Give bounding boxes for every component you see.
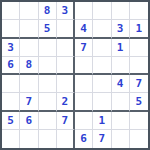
cell-r4c2[interactable]: 8 [20, 57, 38, 75]
cell-r5c7[interactable]: 4 [112, 75, 130, 93]
cell-r6c1[interactable] [2, 93, 20, 111]
cell-r3c6[interactable] [93, 39, 111, 57]
cell-r1c4[interactable]: 3 [57, 2, 75, 20]
cell-r8c6[interactable]: 7 [93, 130, 111, 148]
cell-r2c6[interactable] [93, 20, 111, 38]
cell-r7c3[interactable] [39, 112, 57, 130]
cell-r2c7[interactable]: 3 [112, 20, 130, 38]
cell-r8c2[interactable] [20, 130, 38, 148]
cell-r7c6[interactable]: 1 [93, 112, 111, 130]
cell-r2c8[interactable]: 1 [130, 20, 148, 38]
cell-r2c2[interactable] [20, 20, 38, 38]
cell-r1c6[interactable] [93, 2, 111, 20]
cell-r4c5[interactable] [75, 57, 93, 75]
cell-r2c1[interactable] [2, 20, 20, 38]
cell-r3c2[interactable] [20, 39, 38, 57]
sudoku-board: 8354313716847725567167 [0, 0, 150, 150]
cell-r1c5[interactable] [75, 2, 93, 20]
cell-r3c4[interactable] [57, 39, 75, 57]
cell-r2c3[interactable]: 5 [39, 20, 57, 38]
cell-r6c3[interactable] [39, 93, 57, 111]
cell-r8c5[interactable]: 6 [75, 130, 93, 148]
cell-r1c8[interactable] [130, 2, 148, 20]
cell-r4c8[interactable] [130, 57, 148, 75]
cell-r5c8[interactable]: 7 [130, 75, 148, 93]
cell-r4c3[interactable] [39, 57, 57, 75]
cell-r7c5[interactable] [75, 112, 93, 130]
cell-r6c7[interactable] [112, 93, 130, 111]
cell-r5c1[interactable] [2, 75, 20, 93]
cell-r7c1[interactable]: 5 [2, 112, 20, 130]
cell-r4c6[interactable] [93, 57, 111, 75]
cell-r7c2[interactable]: 6 [20, 112, 38, 130]
cell-r6c4[interactable]: 2 [57, 93, 75, 111]
cell-r8c3[interactable] [39, 130, 57, 148]
cell-r3c7[interactable]: 1 [112, 39, 130, 57]
cell-r2c5[interactable]: 4 [75, 20, 93, 38]
cell-r3c8[interactable] [130, 39, 148, 57]
cell-r5c5[interactable] [75, 75, 93, 93]
cell-r8c1[interactable] [2, 130, 20, 148]
cell-r8c7[interactable] [112, 130, 130, 148]
cell-r1c3[interactable]: 8 [39, 2, 57, 20]
cell-r7c4[interactable]: 7 [57, 112, 75, 130]
cell-r7c8[interactable] [130, 112, 148, 130]
cell-r5c3[interactable] [39, 75, 57, 93]
cell-r4c7[interactable] [112, 57, 130, 75]
cell-r4c1[interactable]: 6 [2, 57, 20, 75]
cell-r1c1[interactable] [2, 2, 20, 20]
cell-r8c4[interactable] [57, 130, 75, 148]
cell-r1c2[interactable] [20, 2, 38, 20]
cell-r1c7[interactable] [112, 2, 130, 20]
cell-r6c5[interactable] [75, 93, 93, 111]
cell-r7c7[interactable] [112, 112, 130, 130]
cell-r5c2[interactable] [20, 75, 38, 93]
cell-r6c2[interactable]: 7 [20, 93, 38, 111]
cell-r5c6[interactable] [93, 75, 111, 93]
cell-r3c1[interactable]: 3 [2, 39, 20, 57]
cell-r2c4[interactable] [57, 20, 75, 38]
cell-r5c4[interactable] [57, 75, 75, 93]
cell-r3c5[interactable]: 7 [75, 39, 93, 57]
cell-r4c4[interactable] [57, 57, 75, 75]
cell-r3c3[interactable] [39, 39, 57, 57]
cell-r6c6[interactable] [93, 93, 111, 111]
cell-r8c8[interactable] [130, 130, 148, 148]
cell-r6c8[interactable]: 5 [130, 93, 148, 111]
